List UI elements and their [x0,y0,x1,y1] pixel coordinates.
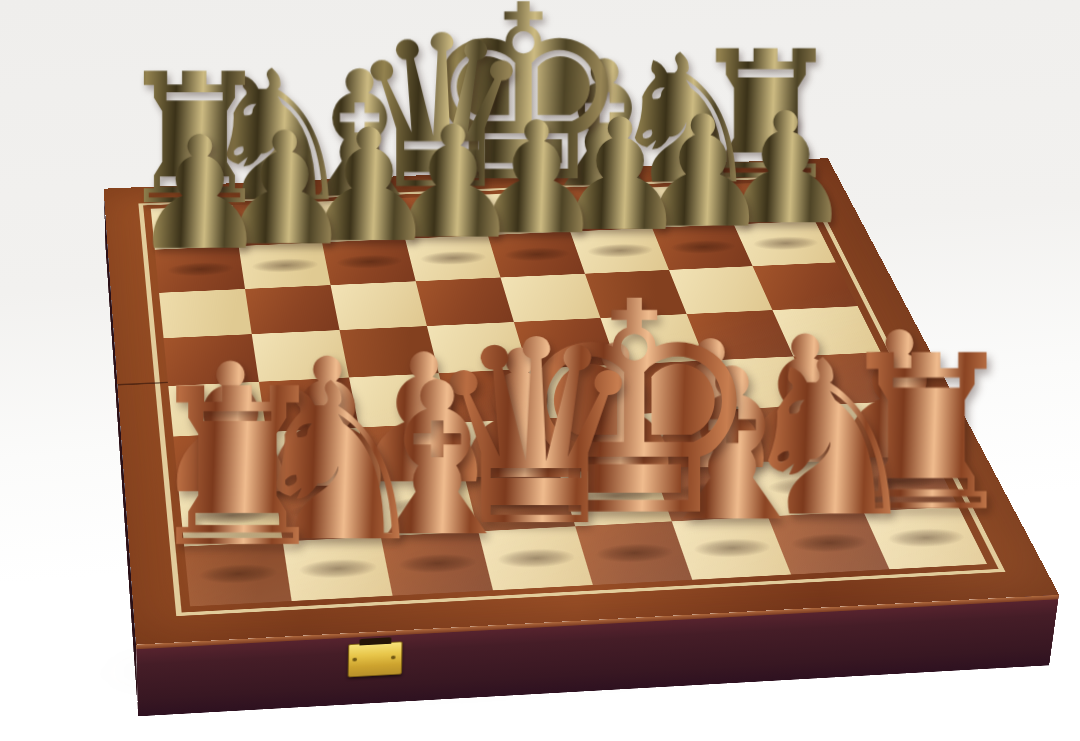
perspective-wrapper: ♜♞♝♛♚♝♞♜♟♟♟♟♟♟♟♟♟♟♟♟♟♟♟♟♜♞♝♛♚♝♞♜ [0,0,1080,741]
white-rook-glyph: ♜ [140,360,335,578]
pieces-layer: ♜♞♝♛♚♝♞♜♟♟♟♟♟♟♟♟♟♟♟♟♟♟♟♟♜♞♝♛♚♝♞♜ [104,158,1059,644]
chess-set-photo: ♜♞♝♛♚♝♞♜♟♟♟♟♟♟♟♟♟♟♟♟♟♟♟♟♜♞♝♛♚♝♞♜ [0,0,1080,741]
brass-clasp-front [348,641,403,677]
chess-board: ♜♞♝♛♚♝♞♜♟♟♟♟♟♟♟♟♟♟♟♟♟♟♟♟♜♞♝♛♚♝♞♜ [104,158,1059,644]
black-pawn-glyph: ♟ [130,116,270,272]
